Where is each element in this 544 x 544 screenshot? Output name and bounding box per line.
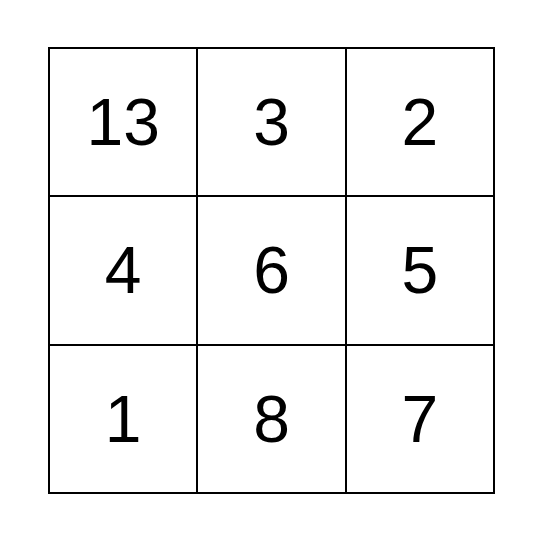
cell-r0c0[interactable]: 13: [49, 48, 197, 196]
cell-r1c1[interactable]: 6: [197, 196, 345, 344]
cell-r2c2[interactable]: 7: [346, 345, 494, 493]
cell-r1c0[interactable]: 4: [49, 196, 197, 344]
cell-r1c2[interactable]: 5: [346, 196, 494, 344]
cell-r0c2[interactable]: 2: [346, 48, 494, 196]
puzzle-grid: 13 3 2 4 6 5 1 8 7: [48, 47, 495, 494]
cell-r2c0[interactable]: 1: [49, 345, 197, 493]
cell-r2c1[interactable]: 8: [197, 345, 345, 493]
cell-r0c1[interactable]: 3: [197, 48, 345, 196]
